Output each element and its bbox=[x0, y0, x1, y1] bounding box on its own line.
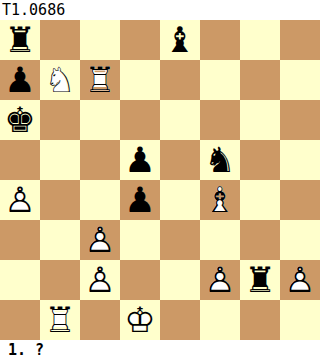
square-e3[interactable] bbox=[160, 220, 200, 260]
white-knight-piece[interactable]: ♞♘ bbox=[40, 60, 80, 100]
square-h2[interactable]: ♟♙ bbox=[280, 260, 320, 300]
square-g5[interactable] bbox=[240, 140, 280, 180]
white-pawn-glyph: ♙ bbox=[80, 260, 120, 300]
white-bishop-piece[interactable]: ♝♗ bbox=[200, 180, 240, 220]
square-e5[interactable] bbox=[160, 140, 200, 180]
black-pawn-piece[interactable]: ♟ bbox=[120, 180, 160, 220]
square-e7[interactable] bbox=[160, 60, 200, 100]
square-e6[interactable] bbox=[160, 100, 200, 140]
white-rook-piece[interactable]: ♜♖ bbox=[80, 60, 120, 100]
square-b8[interactable] bbox=[40, 20, 80, 60]
square-f1[interactable] bbox=[200, 300, 240, 340]
square-b2[interactable] bbox=[40, 260, 80, 300]
square-d5[interactable]: ♟ bbox=[120, 140, 160, 180]
square-c2[interactable]: ♟♙ bbox=[80, 260, 120, 300]
black-knight-glyph: ♞ bbox=[200, 140, 240, 180]
square-h5[interactable] bbox=[280, 140, 320, 180]
black-pawn-glyph: ♟ bbox=[120, 140, 160, 180]
square-c5[interactable] bbox=[80, 140, 120, 180]
black-bishop-glyph: ♝ bbox=[160, 20, 200, 60]
white-pawn-piece[interactable]: ♟♙ bbox=[200, 260, 240, 300]
square-g2[interactable]: ♜ bbox=[240, 260, 280, 300]
square-g7[interactable] bbox=[240, 60, 280, 100]
square-a2[interactable] bbox=[0, 260, 40, 300]
black-king-piece[interactable]: ♚ bbox=[0, 100, 40, 140]
square-a5[interactable] bbox=[0, 140, 40, 180]
square-f3[interactable] bbox=[200, 220, 240, 260]
square-a3[interactable] bbox=[0, 220, 40, 260]
header: T1.0686 bbox=[0, 0, 320, 20]
white-pawn-glyph: ♙ bbox=[200, 260, 240, 300]
white-king-glyph: ♔ bbox=[120, 300, 160, 340]
black-pawn-piece[interactable]: ♟ bbox=[120, 140, 160, 180]
square-c3[interactable]: ♟♙ bbox=[80, 220, 120, 260]
square-a7[interactable]: ♟ bbox=[0, 60, 40, 100]
square-f4[interactable]: ♝♗ bbox=[200, 180, 240, 220]
square-g4[interactable] bbox=[240, 180, 280, 220]
square-c4[interactable] bbox=[80, 180, 120, 220]
square-c6[interactable] bbox=[80, 100, 120, 140]
black-pawn-piece[interactable]: ♟ bbox=[0, 60, 40, 100]
square-b3[interactable] bbox=[40, 220, 80, 260]
square-a4[interactable]: ♟♙ bbox=[0, 180, 40, 220]
chess-board: ♜♝♟♞♘♜♖♚♟♞♟♙♟♝♗♟♙♟♙♟♙♜♟♙♜♖♚♔ bbox=[0, 20, 320, 340]
white-pawn-piece[interactable]: ♟♙ bbox=[0, 180, 40, 220]
square-f8[interactable] bbox=[200, 20, 240, 60]
black-pawn-glyph: ♟ bbox=[0, 60, 40, 100]
square-h8[interactable] bbox=[280, 20, 320, 60]
square-g3[interactable] bbox=[240, 220, 280, 260]
white-rook-glyph: ♖ bbox=[80, 60, 120, 100]
square-d1[interactable]: ♚♔ bbox=[120, 300, 160, 340]
square-h3[interactable] bbox=[280, 220, 320, 260]
square-f5[interactable]: ♞ bbox=[200, 140, 240, 180]
black-rook-glyph: ♜ bbox=[0, 20, 40, 60]
square-h4[interactable] bbox=[280, 180, 320, 220]
square-a1[interactable] bbox=[0, 300, 40, 340]
square-c7[interactable]: ♜♖ bbox=[80, 60, 120, 100]
square-d3[interactable] bbox=[120, 220, 160, 260]
white-rook-glyph: ♖ bbox=[40, 300, 80, 340]
square-h1[interactable] bbox=[280, 300, 320, 340]
black-rook-piece[interactable]: ♜ bbox=[240, 260, 280, 300]
black-rook-glyph: ♜ bbox=[240, 260, 280, 300]
square-b7[interactable]: ♞♘ bbox=[40, 60, 80, 100]
square-e4[interactable] bbox=[160, 180, 200, 220]
square-d7[interactable] bbox=[120, 60, 160, 100]
square-f7[interactable] bbox=[200, 60, 240, 100]
move-prompt: 1. ? bbox=[0, 340, 44, 360]
black-bishop-piece[interactable]: ♝ bbox=[160, 20, 200, 60]
white-knight-glyph: ♘ bbox=[40, 60, 80, 100]
footer: 1. ? bbox=[0, 340, 320, 360]
square-c1[interactable] bbox=[80, 300, 120, 340]
square-b1[interactable]: ♜♖ bbox=[40, 300, 80, 340]
square-g8[interactable] bbox=[240, 20, 280, 60]
black-knight-piece[interactable]: ♞ bbox=[200, 140, 240, 180]
white-pawn-piece[interactable]: ♟♙ bbox=[80, 220, 120, 260]
square-g1[interactable] bbox=[240, 300, 280, 340]
puzzle-id: T1.0686 bbox=[0, 0, 65, 20]
square-e8[interactable]: ♝ bbox=[160, 20, 200, 60]
square-c8[interactable] bbox=[80, 20, 120, 60]
square-d6[interactable] bbox=[120, 100, 160, 140]
square-a6[interactable]: ♚ bbox=[0, 100, 40, 140]
square-b5[interactable] bbox=[40, 140, 80, 180]
white-pawn-glyph: ♙ bbox=[280, 260, 320, 300]
square-g6[interactable] bbox=[240, 100, 280, 140]
square-f2[interactable]: ♟♙ bbox=[200, 260, 240, 300]
white-rook-piece[interactable]: ♜♖ bbox=[40, 300, 80, 340]
white-pawn-glyph: ♙ bbox=[80, 220, 120, 260]
square-e1[interactable] bbox=[160, 300, 200, 340]
white-bishop-glyph: ♗ bbox=[200, 180, 240, 220]
square-a8[interactable]: ♜ bbox=[0, 20, 40, 60]
white-king-piece[interactable]: ♚♔ bbox=[120, 300, 160, 340]
square-h7[interactable] bbox=[280, 60, 320, 100]
square-e2[interactable] bbox=[160, 260, 200, 300]
white-pawn-piece[interactable]: ♟♙ bbox=[80, 260, 120, 300]
square-d8[interactable] bbox=[120, 20, 160, 60]
black-king-glyph: ♚ bbox=[0, 100, 40, 140]
square-d2[interactable] bbox=[120, 260, 160, 300]
white-pawn-piece[interactable]: ♟♙ bbox=[280, 260, 320, 300]
black-pawn-glyph: ♟ bbox=[120, 180, 160, 220]
square-d4[interactable]: ♟ bbox=[120, 180, 160, 220]
square-h6[interactable] bbox=[280, 100, 320, 140]
square-b4[interactable] bbox=[40, 180, 80, 220]
white-pawn-glyph: ♙ bbox=[0, 180, 40, 220]
square-b6[interactable] bbox=[40, 100, 80, 140]
square-f6[interactable] bbox=[200, 100, 240, 140]
black-rook-piece[interactable]: ♜ bbox=[0, 20, 40, 60]
